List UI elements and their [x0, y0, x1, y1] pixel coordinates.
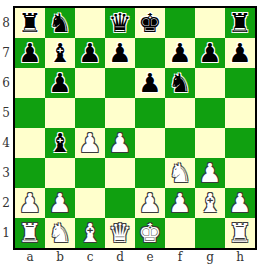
- square-d5[interactable]: [105, 98, 135, 128]
- square-a6[interactable]: [15, 68, 45, 98]
- square-c4[interactable]: ♟: [75, 128, 105, 158]
- square-e2[interactable]: ♟: [135, 188, 165, 218]
- piece-white-pawn[interactable]: ♟: [18, 188, 41, 218]
- piece-white-rook[interactable]: ♜: [18, 218, 41, 248]
- rank-labels: 87654321: [0, 8, 12, 248]
- square-c2[interactable]: [75, 188, 105, 218]
- square-b1[interactable]: ♞: [45, 218, 75, 248]
- square-h2[interactable]: ♟: [225, 188, 255, 218]
- piece-black-pawn[interactable]: ♟: [18, 38, 41, 68]
- rank-label-2: 2: [0, 188, 12, 218]
- square-d8[interactable]: ♛: [105, 8, 135, 38]
- square-g2[interactable]: ♝: [195, 188, 225, 218]
- square-a1[interactable]: ♜: [15, 218, 45, 248]
- piece-white-king[interactable]: ♚: [138, 218, 161, 248]
- square-a7[interactable]: ♟: [15, 38, 45, 68]
- piece-white-bishop[interactable]: ♝: [78, 218, 101, 248]
- square-g1[interactable]: [195, 218, 225, 248]
- square-d7[interactable]: ♟: [105, 38, 135, 68]
- square-a8[interactable]: ♜: [15, 8, 45, 38]
- piece-black-bishop[interactable]: ♝: [48, 128, 71, 158]
- square-g3[interactable]: ♟: [195, 158, 225, 188]
- piece-black-pawn[interactable]: ♟: [138, 68, 161, 98]
- file-label-c: c: [75, 249, 105, 265]
- piece-black-bishop[interactable]: ♝: [48, 38, 71, 68]
- square-h4[interactable]: [225, 128, 255, 158]
- piece-white-knight[interactable]: ♞: [48, 218, 71, 248]
- rank-label-3: 3: [0, 158, 12, 188]
- square-c3[interactable]: [75, 158, 105, 188]
- chess-board: ♜♞♛♚♜♟♝♟♟♟♟♟♟♟♞♝♟♟♞♟♟♟♟♟♝♟♜♞♝♛♚♜: [13, 6, 257, 250]
- square-f6[interactable]: ♞: [165, 68, 195, 98]
- square-h8[interactable]: ♜: [225, 8, 255, 38]
- square-d3[interactable]: [105, 158, 135, 188]
- rank-label-5: 5: [0, 98, 12, 128]
- piece-black-knight[interactable]: ♞: [168, 68, 191, 98]
- rank-label-7: 7: [0, 38, 12, 68]
- square-h5[interactable]: [225, 98, 255, 128]
- piece-black-pawn[interactable]: ♟: [108, 38, 131, 68]
- piece-white-pawn[interactable]: ♟: [198, 158, 221, 188]
- file-label-f: f: [165, 249, 195, 265]
- square-f1[interactable]: [165, 218, 195, 248]
- file-label-g: g: [195, 249, 225, 265]
- piece-white-rook[interactable]: ♜: [228, 218, 251, 248]
- piece-white-pawn[interactable]: ♟: [48, 188, 71, 218]
- file-label-d: d: [105, 249, 135, 265]
- piece-black-pawn[interactable]: ♟: [198, 38, 221, 68]
- file-label-a: a: [15, 249, 45, 265]
- square-d6[interactable]: [105, 68, 135, 98]
- square-c6[interactable]: [75, 68, 105, 98]
- square-g5[interactable]: [195, 98, 225, 128]
- square-e7[interactable]: [135, 38, 165, 68]
- square-e1[interactable]: ♚: [135, 218, 165, 248]
- piece-black-pawn[interactable]: ♟: [228, 38, 251, 68]
- square-c5[interactable]: [75, 98, 105, 128]
- square-b8[interactable]: ♞: [45, 8, 75, 38]
- piece-black-rook[interactable]: ♜: [228, 8, 251, 38]
- piece-black-king[interactable]: ♚: [138, 8, 161, 38]
- piece-black-knight[interactable]: ♞: [48, 8, 71, 38]
- square-f7[interactable]: ♟: [165, 38, 195, 68]
- square-g8[interactable]: [195, 8, 225, 38]
- square-d1[interactable]: ♛: [105, 218, 135, 248]
- square-a5[interactable]: [15, 98, 45, 128]
- square-e5[interactable]: [135, 98, 165, 128]
- square-f3[interactable]: ♞: [165, 158, 195, 188]
- square-d4[interactable]: ♟: [105, 128, 135, 158]
- piece-white-pawn[interactable]: ♟: [138, 188, 161, 218]
- square-f4[interactable]: [165, 128, 195, 158]
- board-grid: ♜♞♛♚♜♟♝♟♟♟♟♟♟♟♞♝♟♟♞♟♟♟♟♟♝♟♜♞♝♛♚♜: [15, 8, 255, 248]
- piece-black-pawn[interactable]: ♟: [78, 38, 101, 68]
- rank-label-4: 4: [0, 128, 12, 158]
- file-label-e: e: [135, 249, 165, 265]
- file-label-b: b: [45, 249, 75, 265]
- rank-label-1: 1: [0, 218, 12, 248]
- square-f2[interactable]: ♟: [165, 188, 195, 218]
- piece-black-queen[interactable]: ♛: [108, 8, 131, 38]
- rank-label-6: 6: [0, 68, 12, 98]
- square-c8[interactable]: [75, 8, 105, 38]
- piece-white-pawn[interactable]: ♟: [228, 188, 251, 218]
- square-e6[interactable]: ♟: [135, 68, 165, 98]
- square-h1[interactable]: ♜: [225, 218, 255, 248]
- square-c7[interactable]: ♟: [75, 38, 105, 68]
- square-e3[interactable]: [135, 158, 165, 188]
- square-b2[interactable]: ♟: [45, 188, 75, 218]
- square-e4[interactable]: [135, 128, 165, 158]
- square-a2[interactable]: ♟: [15, 188, 45, 218]
- square-c1[interactable]: ♝: [75, 218, 105, 248]
- square-h7[interactable]: ♟: [225, 38, 255, 68]
- rank-label-8: 8: [0, 8, 12, 38]
- piece-white-queen[interactable]: ♛: [108, 218, 131, 248]
- square-b7[interactable]: ♝: [45, 38, 75, 68]
- piece-white-knight[interactable]: ♞: [168, 158, 191, 188]
- file-label-h: h: [225, 249, 255, 265]
- square-h3[interactable]: [225, 158, 255, 188]
- piece-black-pawn[interactable]: ♟: [48, 68, 71, 98]
- piece-white-pawn[interactable]: ♟: [108, 128, 131, 158]
- chess-board-panel: 87654321 ♜♞♛♚♜♟♝♟♟♟♟♟♟♟♞♝♟♟♞♟♟♟♟♟♝♟♜♞♝♛♚…: [0, 0, 263, 268]
- square-b5[interactable]: [45, 98, 75, 128]
- square-a4[interactable]: [15, 128, 45, 158]
- square-g4[interactable]: [195, 128, 225, 158]
- square-b3[interactable]: [45, 158, 75, 188]
- square-g6[interactable]: [195, 68, 225, 98]
- piece-white-pawn[interactable]: ♟: [78, 128, 101, 158]
- square-e8[interactable]: ♚: [135, 8, 165, 38]
- square-a3[interactable]: [15, 158, 45, 188]
- square-f5[interactable]: [165, 98, 195, 128]
- square-d2[interactable]: [105, 188, 135, 218]
- file-labels: abcdefgh: [15, 249, 255, 265]
- square-b6[interactable]: ♟: [45, 68, 75, 98]
- square-g7[interactable]: ♟: [195, 38, 225, 68]
- square-h6[interactable]: [225, 68, 255, 98]
- piece-white-pawn[interactable]: ♟: [168, 188, 191, 218]
- square-f8[interactable]: [165, 8, 195, 38]
- piece-white-bishop[interactable]: ♝: [198, 188, 221, 218]
- square-b4[interactable]: ♝: [45, 128, 75, 158]
- piece-black-pawn[interactable]: ♟: [168, 38, 191, 68]
- piece-black-rook[interactable]: ♜: [18, 8, 41, 38]
